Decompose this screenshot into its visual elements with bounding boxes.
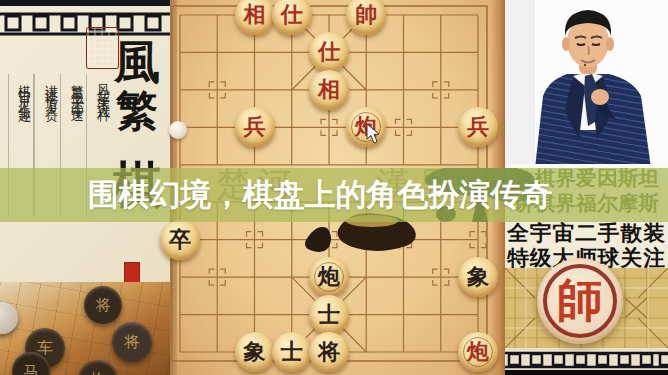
xiangqi-piece-black[interactable]: 士 [272,332,312,372]
piece-character: 炮 [318,266,340,288]
piece-character: 士 [281,341,303,363]
lattice-border-bottom-icon [505,348,668,375]
photo-piece: 将 [84,286,122,324]
piece-character: 卒 [169,229,191,251]
piece-character: 兵 [244,116,266,138]
piece-character: 相 [244,4,266,26]
photo-piece: 炮 [78,360,118,375]
streamer-photo [505,0,668,168]
xiangqi-piece-black[interactable]: 将 [309,332,349,372]
title-banner: 围棋幻境，棋盘上的角色扮演传奇 [0,168,668,222]
photo-piece-light [0,302,18,334]
piece-character: 象 [244,341,266,363]
piece-character: 帥 [355,4,377,26]
photo-piece: 将 [112,322,152,362]
piece-character: 士 [318,304,340,326]
xiangqi-piece-red[interactable]: 相 [235,0,275,35]
xiangqi-piece-red[interactable]: 相 [309,70,349,110]
piece-character: 仕 [318,41,340,63]
slogan-line-3: 全宇宙二手散装 [503,220,668,245]
xiangqi-piece-black[interactable]: 象 [458,257,498,297]
xiangqi-piece-red[interactable]: 炮 [458,332,498,372]
calligraphy-char: 繁 [116,90,158,132]
xiangqi-piece-black[interactable]: 炮 [309,257,349,297]
xiangqi-piece-black[interactable]: 卒 [160,220,200,260]
piece-character: 仕 [281,4,303,26]
piece-character: 炮 [467,341,489,363]
piece-character: 兵 [467,116,489,138]
screenshot-stage: 風 繁 棋 风起萍末诗入枰 繁星似子弈中速 讲评论道万人贵 棋中日月人生趣 精讲… [0,0,668,375]
xiangqi-piece-black[interactable]: 士 [309,295,349,335]
move-marker-ball [169,121,187,139]
xiangqi-piece-black[interactable]: 象 [235,332,275,372]
banner-title-text: 围棋幻境，棋盘上的角色扮演传奇 [0,168,654,222]
shi-character: 師 [557,270,603,332]
piece-character: 象 [467,266,489,288]
piece-character: 相 [318,79,340,101]
calligraphy-char: 風 [114,40,160,86]
wooden-pieces-photo: 将 车 将 马 炮 [0,282,170,375]
xiangqi-piece-red[interactable]: 兵 [235,107,275,147]
shi-master-piece: 師 [537,258,623,344]
mouse-cursor-icon [366,123,382,149]
piece-character: 将 [318,341,340,363]
